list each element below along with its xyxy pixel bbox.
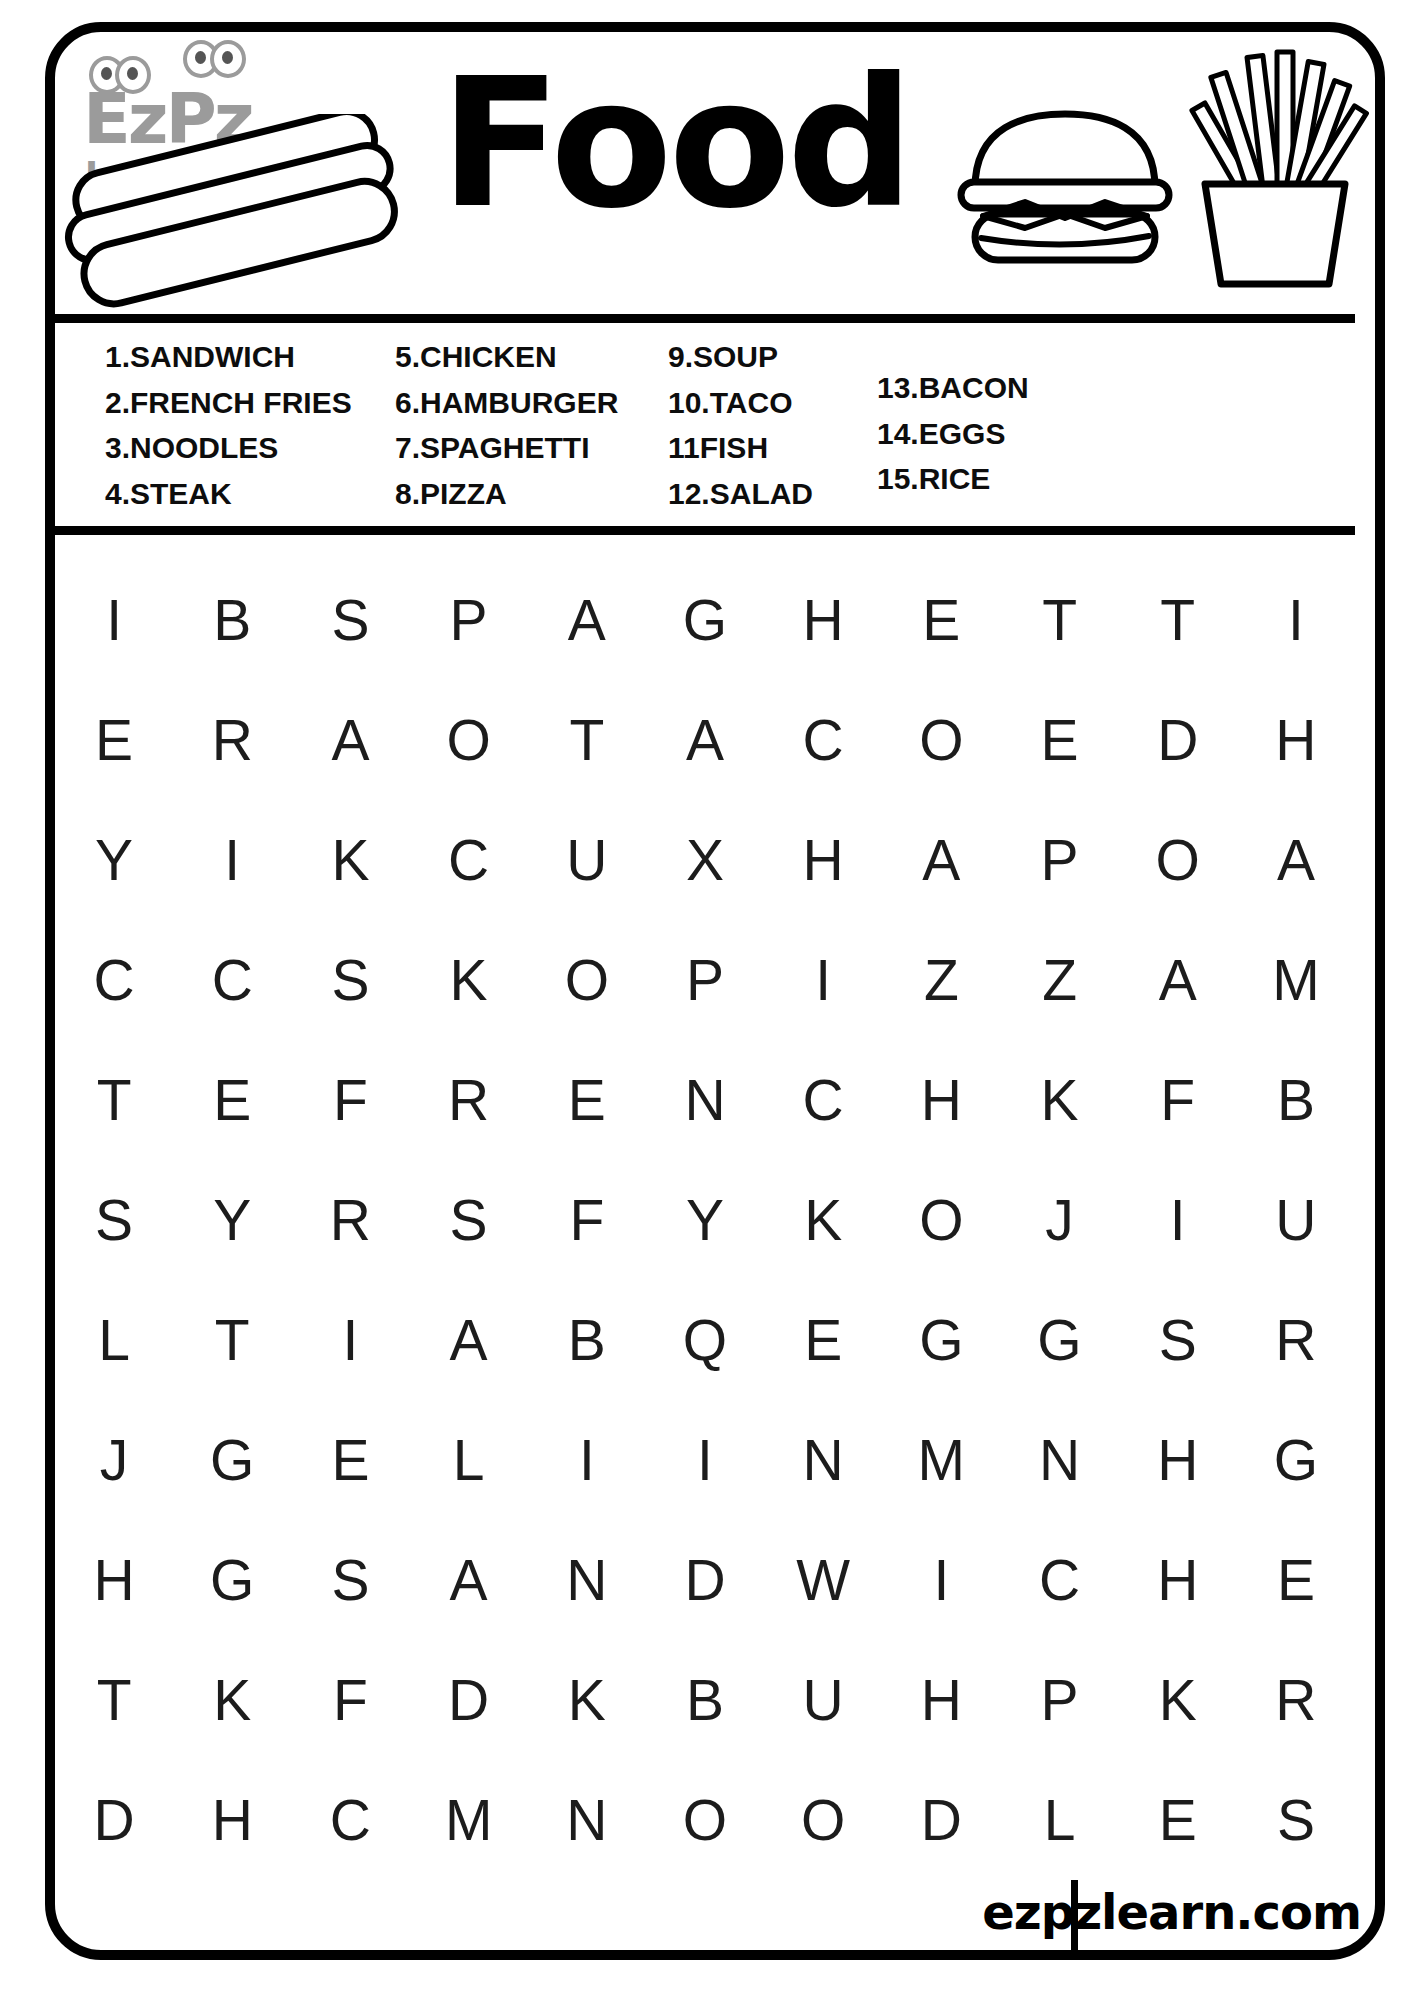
grid-cell[interactable]: C [764,680,882,800]
grid-cell[interactable]: X [646,800,764,920]
grid-cell[interactable]: H [764,560,882,680]
grid-cell[interactable]: R [173,680,291,800]
hamburger-icon [947,94,1182,289]
grid-cell[interactable]: C [291,1760,409,1880]
grid-cell[interactable]: C [1000,1520,1118,1640]
grid-cell[interactable]: O [528,920,646,1040]
grid-cell[interactable]: C [410,800,528,920]
word-list-divider [55,526,1355,535]
grid-cell[interactable]: K [173,1640,291,1760]
grid-cell[interactable]: K [528,1640,646,1760]
grid-cell[interactable]: W [764,1520,882,1640]
worksheet-page: EzPz learn Food [0,0,1414,2000]
grid-cell[interactable]: C [173,920,291,1040]
grid-cell[interactable]: I [882,1520,1000,1640]
word-list-column: 9.SOUP10.TACO11FISH12.SALAD [668,334,813,516]
grid-cell[interactable]: S [55,1160,173,1280]
grid-cell[interactable]: F [1119,1040,1237,1160]
grid-cell[interactable]: A [410,1520,528,1640]
grid-cell[interactable]: S [291,920,409,1040]
word-list-item: 2.FRENCH FRIES [105,380,352,426]
grid-cell[interactable]: O [410,680,528,800]
grid-cell[interactable]: A [528,560,646,680]
grid-cell[interactable]: Q [646,1280,764,1400]
grid-cell[interactable]: O [882,1160,1000,1280]
grid-cell[interactable]: Y [173,1160,291,1280]
grid-cell[interactable]: T [173,1280,291,1400]
grid-cell[interactable]: I [55,560,173,680]
grid-cell[interactable]: O [882,680,1000,800]
word-list-column: 13.BACON14.EGGS15.RICE [877,365,1029,502]
grid-cell[interactable]: E [1119,1760,1237,1880]
grid-cell[interactable]: E [55,680,173,800]
grid-cell[interactable]: F [291,1640,409,1760]
grid-cell[interactable]: A [291,680,409,800]
grid-cell[interactable]: M [410,1760,528,1880]
grid-cell[interactable]: G [1237,1400,1355,1520]
grid-cell[interactable]: P [646,920,764,1040]
grid-cell[interactable]: G [173,1520,291,1640]
grid-cell[interactable]: U [764,1640,882,1760]
grid-cell[interactable]: S [291,560,409,680]
grid-cell[interactable]: C [764,1040,882,1160]
word-list-item: 4.STEAK [105,471,352,517]
word-list-item: 9.SOUP [668,334,813,380]
grid-cell[interactable]: Z [882,920,1000,1040]
grid-cell[interactable]: L [55,1280,173,1400]
grid-cell[interactable]: M [1237,920,1355,1040]
grid-cell[interactable]: J [55,1400,173,1520]
grid-cell[interactable]: S [410,1160,528,1280]
word-list-item: 10.TACO [668,380,813,426]
grid-cell[interactable]: E [764,1280,882,1400]
grid-cell[interactable]: I [1237,560,1355,680]
grid-cell[interactable]: I [173,800,291,920]
hot-dog-icon [55,114,405,314]
grid-cell[interactable]: O [646,1760,764,1880]
grid-cell[interactable]: G [882,1280,1000,1400]
grid-cell[interactable]: D [882,1760,1000,1880]
grid-cell[interactable]: K [764,1160,882,1280]
grid-cell[interactable]: U [528,800,646,920]
grid-cell[interactable]: R [1237,1640,1355,1760]
worksheet-frame: EzPz learn Food [45,22,1385,1960]
grid-cell[interactable]: N [1000,1400,1118,1520]
grid-cell[interactable]: M [882,1400,1000,1520]
grid-cell[interactable]: I [291,1280,409,1400]
grid-cell[interactable]: T [1119,560,1237,680]
grid-cell[interactable]: S [1237,1760,1355,1880]
word-list-item: 14.EGGS [877,411,1029,457]
grid-cell[interactable]: T [1000,560,1118,680]
grid-cell[interactable]: D [646,1520,764,1640]
grid-cell[interactable]: P [410,560,528,680]
word-list-item: 15.RICE [877,456,1029,502]
grid-cell[interactable]: B [646,1640,764,1760]
grid-cell[interactable]: T [528,680,646,800]
grid-cell[interactable]: G [173,1400,291,1520]
grid-cell[interactable]: R [410,1040,528,1160]
grid-cell[interactable]: B [1237,1040,1355,1160]
grid-cell[interactable]: D [55,1760,173,1880]
grid-cell[interactable]: R [1237,1280,1355,1400]
owl-eye-icon [210,40,246,78]
grid-cell[interactable]: U [1237,1160,1355,1280]
grid-cell[interactable]: E [528,1040,646,1160]
grid-cell[interactable]: E [291,1400,409,1520]
grid-cell[interactable]: S [291,1520,409,1640]
grid-cell[interactable]: I [1119,1160,1237,1280]
grid-cell[interactable]: N [528,1520,646,1640]
grid-cell[interactable]: Y [55,800,173,920]
word-list-item: 6.HAMBURGER [395,380,618,426]
grid-cell[interactable]: T [55,1640,173,1760]
grid-cell[interactable]: K [1000,1040,1118,1160]
grid-cell[interactable]: J [1000,1160,1118,1280]
grid-cell[interactable]: B [173,560,291,680]
grid-cell[interactable]: G [1000,1280,1118,1400]
grid-cell[interactable]: E [1237,1520,1355,1640]
grid-cell[interactable]: H [1237,680,1355,800]
header-divider [55,314,1355,323]
grid-cell[interactable]: E [173,1040,291,1160]
word-search-grid: IBSPAGHETTIERAOTACOEDHYIKCUXHAPOACCSKOPI… [55,560,1355,1880]
grid-cell[interactable]: G [646,560,764,680]
grid-cell[interactable]: H [882,1040,1000,1160]
grid-cell[interactable]: P [1000,1640,1118,1760]
grid-cell[interactable]: P [1000,800,1118,920]
grid-cell[interactable]: H [55,1520,173,1640]
grid-cell[interactable]: K [1119,1640,1237,1760]
word-list: 1.SANDWICH2.FRENCH FRIES3.NOODLES4.STEAK… [55,334,1355,519]
grid-cell[interactable]: H [173,1760,291,1880]
word-list-item: 3.NOODLES [105,425,352,471]
word-list-item: 1.SANDWICH [105,334,352,380]
grid-cell[interactable]: A [410,1280,528,1400]
grid-cell[interactable]: A [1237,800,1355,920]
grid-cell[interactable]: E [1000,680,1118,800]
grid-cell[interactable]: I [528,1400,646,1520]
grid-cell[interactable]: N [528,1760,646,1880]
grid-cell[interactable]: L [410,1400,528,1520]
word-list-column: 1.SANDWICH2.FRENCH FRIES3.NOODLES4.STEAK [105,334,352,516]
grid-cell[interactable]: O [1119,800,1237,920]
grid-cell[interactable]: H [1119,1400,1237,1520]
grid-cell[interactable]: H [764,800,882,920]
grid-cell[interactable]: L [1000,1760,1118,1880]
word-list-item: 8.PIZZA [395,471,618,517]
grid-cell[interactable]: N [764,1400,882,1520]
grid-cell[interactable]: H [1119,1520,1237,1640]
grid-cell[interactable]: T [55,1040,173,1160]
grid-cell[interactable]: I [646,1400,764,1520]
grid-cell[interactable]: A [646,680,764,800]
website-link[interactable]: ezpzlearn.com [982,1884,1361,1940]
grid-cell[interactable]: E [882,560,1000,680]
grid-cell[interactable]: K [410,920,528,1040]
word-list-item: 5.CHICKEN [395,334,618,380]
word-list-item: 13.BACON [877,365,1029,411]
grid-cell[interactable]: K [291,800,409,920]
grid-cell[interactable]: Y [646,1160,764,1280]
grid-cell[interactable]: F [528,1160,646,1280]
grid-cell[interactable]: C [55,920,173,1040]
word-list-item: 11FISH [668,425,813,471]
word-list-column: 5.CHICKEN6.HAMBURGER7.SPAGHETTI8.PIZZA [395,334,618,516]
grid-cell[interactable]: R [291,1160,409,1280]
word-list-item: 7.SPAGHETTI [395,425,618,471]
page-title: Food [355,40,995,247]
word-list-item: 12.SALAD [668,471,813,517]
grid-cell[interactable]: B [528,1280,646,1400]
grid-cell[interactable]: N [646,1040,764,1160]
grid-cell[interactable]: H [882,1640,1000,1760]
grid-cell[interactable]: O [764,1760,882,1880]
grid-cell[interactable]: A [1119,920,1237,1040]
grid-cell[interactable]: D [1119,680,1237,800]
grid-cell[interactable]: F [291,1040,409,1160]
grid-cell[interactable]: D [410,1640,528,1760]
grid-cell[interactable]: S [1119,1280,1237,1400]
french-fries-icon [1177,42,1372,292]
grid-cell[interactable]: Z [1000,920,1118,1040]
grid-cell[interactable]: A [882,800,1000,920]
grid-cell[interactable]: I [764,920,882,1040]
